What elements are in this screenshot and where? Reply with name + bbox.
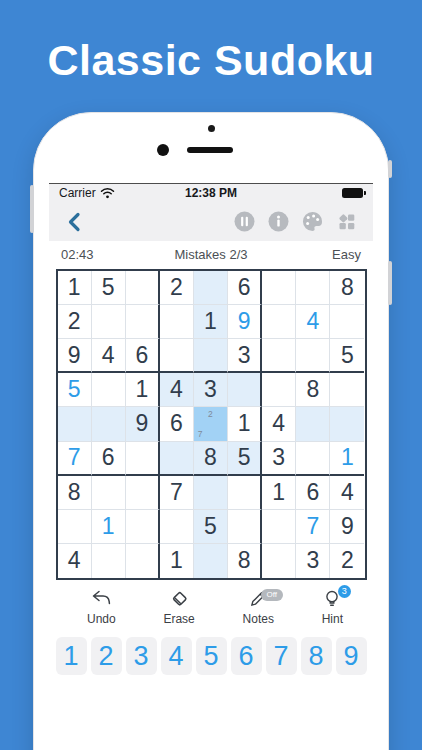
sudoku-cell[interactable]: 6 [160,407,194,441]
user-digit: 9 [238,308,251,335]
sudoku-cell[interactable]: 1 [126,373,160,407]
back-button[interactable] [67,212,81,232]
given-digit: 8 [204,444,217,471]
given-digit: 6 [170,410,183,437]
sudoku-cell[interactable]: 1 [160,544,194,578]
given-digit: 1 [68,274,81,301]
hint-button[interactable]: 3 Hint [322,589,343,626]
sudoku-cell[interactable]: 9 [58,339,92,373]
sudoku-cell[interactable] [262,339,296,373]
sudoku-cell[interactable]: 1 [194,305,228,339]
user-digit: 7 [306,513,319,540]
given-digit: 9 [135,410,148,437]
sudoku-cell[interactable] [92,476,126,510]
user-digit: 5 [68,376,81,403]
timer: 02:43 [61,247,141,262]
sudoku-cell[interactable] [194,271,228,305]
given-digit: 3 [306,547,319,574]
sudoku-cell[interactable] [92,407,126,441]
sudoku-cell[interactable] [330,305,364,339]
volume-button [30,185,34,233]
status-bar: Carrier 12:38 PM [49,184,373,202]
sudoku-cell[interactable]: 3 [228,339,262,373]
given-digit: 3 [204,376,217,403]
numpad-button-3[interactable]: 3 [126,637,157,675]
side-button [388,261,392,305]
sudoku-cell[interactable] [262,305,296,339]
user-digit: 4 [306,308,319,335]
undo-button[interactable]: Undo [87,589,116,626]
given-digit: 4 [68,547,81,574]
given-digit: 8 [341,274,354,301]
user-digit: 7 [68,444,81,471]
sudoku-cell[interactable] [160,339,194,373]
given-digit: 9 [341,513,354,540]
given-digit: 7 [170,479,183,506]
hint-label: Hint [322,612,343,626]
sudoku-cell[interactable]: 1 [262,476,296,510]
sudoku-cell[interactable]: 5 [58,373,92,407]
sudoku-cell[interactable] [194,339,228,373]
sudoku-cell[interactable] [228,373,262,407]
given-digit: 1 [238,410,251,437]
game-info-row: 02:43 Mistakes 2/3 Easy [49,241,373,268]
given-digit: 5 [102,274,115,301]
sudoku-cell[interactable]: 6 [228,271,262,305]
sudoku-cell[interactable] [92,305,126,339]
sudoku-cell[interactable] [126,510,160,544]
sudoku-cell[interactable]: 6 [126,339,160,373]
earpiece-speaker [187,147,233,153]
themes-grid-button[interactable] [336,211,357,232]
sudoku-cell[interactable]: 4 [262,407,296,441]
toolbar: Undo Erase Off Notes [49,580,373,626]
sudoku-cell[interactable]: 8 [194,442,228,476]
sudoku-cell[interactable]: 2 [58,305,92,339]
sudoku-cell[interactable] [160,510,194,544]
sudoku-cell[interactable]: 1 [92,510,126,544]
difficulty-label: Easy [281,247,361,262]
sudoku-board: 1526821949463551438962714768531871641579… [56,269,367,580]
given-digit: 8 [238,547,251,574]
given-digit: 6 [238,274,251,301]
sudoku-cell[interactable]: 9 [126,407,160,441]
user-digit: 1 [102,513,115,540]
mistakes-counter: Mistakes 2/3 [141,247,281,262]
front-camera-icon [157,144,169,156]
given-digit: 1 [272,479,285,506]
sudoku-cell[interactable]: 7 [296,510,330,544]
sudoku-cell[interactable] [330,407,364,441]
app-title: Classic Sudoku [0,36,422,85]
given-digit: 4 [272,410,285,437]
sudoku-cell[interactable] [296,442,330,476]
sudoku-cell[interactable] [262,510,296,544]
sudoku-cell[interactable]: 2 [160,271,194,305]
sudoku-cell[interactable] [262,373,296,407]
info-button[interactable] [268,211,289,232]
undo-label: Undo [87,612,116,626]
given-digit: 1 [204,308,217,335]
screen: Carrier 12:38 PM [49,183,373,750]
sudoku-cell[interactable] [262,544,296,578]
sudoku-cell[interactable]: 8 [58,476,92,510]
numpad-button-2[interactable]: 2 [91,637,122,675]
sudoku-cell[interactable]: 1 [330,442,364,476]
sudoku-cell[interactable] [126,442,160,476]
sudoku-cell[interactable] [194,544,228,578]
given-digit: 8 [306,376,319,403]
given-digit: 5 [341,342,354,369]
camera-dot-icon [208,125,215,132]
given-digit: 3 [238,342,251,369]
sudoku-cell[interactable]: 3 [194,373,228,407]
power-button [388,160,392,178]
erase-icon [169,589,190,609]
palette-button[interactable] [302,211,323,232]
given-digit: 1 [135,376,148,403]
sudoku-cell[interactable]: 6 [296,476,330,510]
given-digit: 2 [341,547,354,574]
given-digit: 6 [102,444,115,471]
sudoku-cell[interactable] [58,407,92,441]
given-digit: 4 [341,479,354,506]
sudoku-cell[interactable] [92,373,126,407]
given-digit: 2 [170,274,183,301]
sudoku-cell[interactable] [126,271,160,305]
sudoku-cell[interactable]: 4 [160,373,194,407]
given-digit: 6 [135,342,148,369]
nav-bar [49,202,373,241]
sudoku-cell[interactable] [228,476,262,510]
given-digit: 9 [68,342,81,369]
undo-icon [90,589,112,609]
sudoku-cell[interactable] [126,476,160,510]
sudoku-cell[interactable]: 7 [58,442,92,476]
notes-off-badge: Off [261,589,284,601]
sudoku-cell[interactable] [296,339,330,373]
sudoku-cell[interactable] [296,407,330,441]
sudoku-cell[interactable] [126,305,160,339]
sudoku-cell[interactable] [228,510,262,544]
sudoku-cell[interactable]: 3 [296,544,330,578]
numpad-button-7[interactable]: 7 [266,637,297,675]
pause-button[interactable] [234,211,255,232]
wifi-icon [100,187,115,199]
sudoku-cell[interactable] [194,476,228,510]
erase-label: Erase [163,612,194,626]
sudoku-cell[interactable]: 1 [58,271,92,305]
back-chevron-icon [67,212,81,232]
sudoku-cell[interactable] [160,305,194,339]
notes-label: Notes [243,612,274,626]
sudoku-cell[interactable]: 8 [330,271,364,305]
battery-icon [342,188,363,198]
sudoku-cell[interactable] [330,373,364,407]
erase-button[interactable]: Erase [163,589,194,626]
sudoku-cell[interactable]: 5 [228,442,262,476]
sudoku-cell[interactable] [296,271,330,305]
carrier-label: Carrier [59,186,96,200]
sudoku-cell[interactable] [92,544,126,578]
pencil-notes: 27 [195,408,226,439]
given-digit: 4 [170,376,183,403]
sudoku-cell[interactable]: 4 [58,544,92,578]
numpad-button-4[interactable]: 4 [161,637,192,675]
sudoku-cell[interactable]: 5 [194,510,228,544]
given-digit: 5 [238,444,251,471]
sudoku-cell[interactable]: 4 [296,305,330,339]
sudoku-cell[interactable]: 5 [92,271,126,305]
given-digit: 6 [306,479,319,506]
sudoku-cell[interactable]: 8 [296,373,330,407]
numpad-button-6[interactable]: 6 [231,637,262,675]
given-digit: 3 [272,444,285,471]
sudoku-cell[interactable]: 27 [194,407,228,441]
sudoku-cell[interactable]: 1 [228,407,262,441]
given-digit: 8 [68,479,81,506]
sudoku-cell[interactable]: 9 [228,305,262,339]
given-digit: 2 [68,308,81,335]
sudoku-cell[interactable]: 5 [330,339,364,373]
given-digit: 1 [170,547,183,574]
notes-button[interactable]: Off Notes [243,589,274,626]
sudoku-cell[interactable] [58,510,92,544]
sudoku-cell[interactable] [262,271,296,305]
sudoku-cell[interactable]: 4 [92,339,126,373]
sudoku-cell[interactable]: 6 [92,442,126,476]
clock: 12:38 PM [149,186,273,200]
sudoku-cell[interactable]: 8 [228,544,262,578]
sudoku-cell[interactable]: 2 [330,544,364,578]
user-digit: 1 [341,444,354,471]
page: Classic Sudoku Carrier 12:38 [0,0,422,750]
sudoku-cell[interactable]: 4 [330,476,364,510]
sudoku-cell[interactable]: 7 [160,476,194,510]
given-digit: 5 [204,513,217,540]
numpad: 123456789 [49,637,373,675]
sudoku-cell[interactable]: 9 [330,510,364,544]
hint-count-badge: 3 [338,585,351,598]
given-digit: 4 [102,342,115,369]
numpad-button-5[interactable]: 5 [196,637,227,675]
sudoku-cell[interactable] [160,442,194,476]
numpad-button-9[interactable]: 9 [336,637,367,675]
sudoku-cell[interactable] [126,544,160,578]
sudoku-cell[interactable]: 3 [262,442,296,476]
numpad-button-1[interactable]: 1 [56,637,87,675]
phone-frame: Carrier 12:38 PM [33,112,389,750]
numpad-button-8[interactable]: 8 [301,637,332,675]
